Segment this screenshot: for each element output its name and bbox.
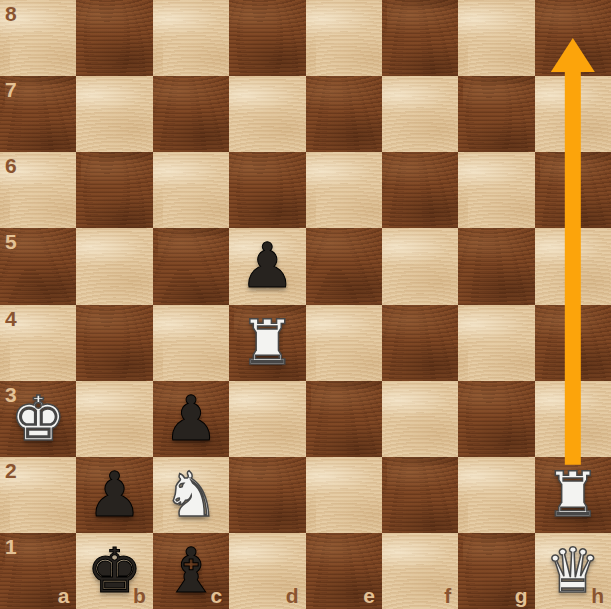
square-b7[interactable] [76, 76, 152, 152]
square-e5[interactable] [306, 228, 382, 304]
square-h3[interactable] [535, 381, 611, 457]
square-a4[interactable]: 4 [0, 305, 76, 381]
square-a1[interactable]: 1a [0, 533, 76, 609]
black-pawn-d5[interactable]: ♟ [229, 228, 305, 304]
square-c4[interactable] [153, 305, 229, 381]
square-f6[interactable] [382, 152, 458, 228]
square-h2[interactable]: ♜ [535, 457, 611, 533]
square-f5[interactable] [382, 228, 458, 304]
square-h4[interactable] [535, 305, 611, 381]
square-a7[interactable]: 7 [0, 76, 76, 152]
square-d4[interactable]: ♜ [229, 305, 305, 381]
square-c6[interactable] [153, 152, 229, 228]
square-a8[interactable]: 8 [0, 0, 76, 76]
file-label-f: f [444, 585, 451, 606]
square-e3[interactable] [306, 381, 382, 457]
square-d1[interactable]: d [229, 533, 305, 609]
square-b6[interactable] [76, 152, 152, 228]
square-b1[interactable]: b♚ [76, 533, 152, 609]
rank-label-8: 8 [5, 3, 17, 24]
square-f7[interactable] [382, 76, 458, 152]
square-c5[interactable] [153, 228, 229, 304]
square-h5[interactable] [535, 228, 611, 304]
square-c3[interactable]: ♟ [153, 381, 229, 457]
square-g5[interactable] [458, 228, 534, 304]
square-a2[interactable]: 2 [0, 457, 76, 533]
rank-label-1: 1 [5, 536, 17, 557]
white-queen-h1[interactable]: ♛ [535, 533, 611, 609]
square-c7[interactable] [153, 76, 229, 152]
square-a5[interactable]: 5 [0, 228, 76, 304]
square-e1[interactable]: e [306, 533, 382, 609]
white-rook-h2[interactable]: ♜ [535, 457, 611, 533]
square-h6[interactable] [535, 152, 611, 228]
square-g3[interactable] [458, 381, 534, 457]
square-g1[interactable]: g [458, 533, 534, 609]
square-g2[interactable] [458, 457, 534, 533]
rank-label-7: 7 [5, 79, 17, 100]
white-knight-c2[interactable]: ♞ [153, 457, 229, 533]
black-king-b1[interactable]: ♚ [76, 533, 152, 609]
square-g6[interactable] [458, 152, 534, 228]
square-d2[interactable] [229, 457, 305, 533]
square-b5[interactable] [76, 228, 152, 304]
chess-board: 8765♟4♜3♚♟2♟♞♜1ab♚c♝defgh♛ [0, 0, 611, 609]
square-d6[interactable] [229, 152, 305, 228]
square-e7[interactable] [306, 76, 382, 152]
square-b2[interactable]: ♟ [76, 457, 152, 533]
rank-label-6: 6 [5, 155, 17, 176]
white-rook-d4[interactable]: ♜ [229, 305, 305, 381]
black-pawn-b2[interactable]: ♟ [76, 457, 152, 533]
square-a6[interactable]: 6 [0, 152, 76, 228]
square-e6[interactable] [306, 152, 382, 228]
square-b3[interactable] [76, 381, 152, 457]
square-h1[interactable]: h♛ [535, 533, 611, 609]
rank-label-4: 4 [5, 308, 17, 329]
square-b8[interactable] [76, 0, 152, 76]
square-c2[interactable]: ♞ [153, 457, 229, 533]
chess-board-container: 8765♟4♜3♚♟2♟♞♜1ab♚c♝defgh♛ [0, 0, 611, 609]
square-d7[interactable] [229, 76, 305, 152]
square-e2[interactable] [306, 457, 382, 533]
square-a3[interactable]: 3♚ [0, 381, 76, 457]
square-h8[interactable] [535, 0, 611, 76]
rank-label-2: 2 [5, 460, 17, 481]
file-label-d: d [286, 585, 299, 606]
rank-label-5: 5 [5, 231, 17, 252]
square-f1[interactable]: f [382, 533, 458, 609]
file-label-g: g [515, 585, 528, 606]
square-h7[interactable] [535, 76, 611, 152]
file-label-a: a [58, 585, 70, 606]
square-g7[interactable] [458, 76, 534, 152]
square-e4[interactable] [306, 305, 382, 381]
square-b4[interactable] [76, 305, 152, 381]
square-f3[interactable] [382, 381, 458, 457]
square-f8[interactable] [382, 0, 458, 76]
square-d5[interactable]: ♟ [229, 228, 305, 304]
white-king-a3[interactable]: ♚ [0, 381, 76, 457]
file-label-e: e [363, 585, 375, 606]
square-g4[interactable] [458, 305, 534, 381]
black-pawn-c3[interactable]: ♟ [153, 381, 229, 457]
square-c8[interactable] [153, 0, 229, 76]
square-d3[interactable] [229, 381, 305, 457]
square-c1[interactable]: c♝ [153, 533, 229, 609]
square-g8[interactable] [458, 0, 534, 76]
square-f2[interactable] [382, 457, 458, 533]
black-bishop-c1[interactable]: ♝ [153, 533, 229, 609]
square-e8[interactable] [306, 0, 382, 76]
square-f4[interactable] [382, 305, 458, 381]
square-d8[interactable] [229, 0, 305, 76]
